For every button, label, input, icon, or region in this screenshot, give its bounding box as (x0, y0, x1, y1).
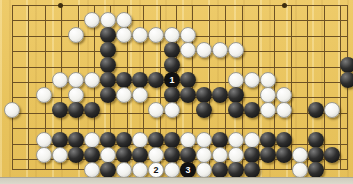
black-stone[interactable] (244, 162, 260, 178)
move-2-white-stone[interactable]: 2 (148, 162, 164, 178)
black-stone[interactable] (52, 132, 68, 148)
black-stone[interactable] (308, 132, 324, 148)
black-stone[interactable] (212, 87, 228, 103)
move-3-black-stone[interactable]: 3 (180, 162, 196, 178)
black-stone[interactable] (84, 102, 100, 118)
black-stone[interactable] (100, 72, 116, 88)
white-stone[interactable] (84, 72, 100, 88)
go-board-screenshot: 123 (0, 0, 353, 184)
white-stone[interactable] (116, 27, 132, 43)
white-stone[interactable] (260, 72, 276, 88)
white-stone[interactable] (84, 162, 100, 178)
white-stone[interactable] (196, 132, 212, 148)
white-stone[interactable] (180, 27, 196, 43)
black-stone[interactable] (116, 132, 132, 148)
black-stone[interactable] (244, 147, 260, 163)
black-stone[interactable] (196, 102, 212, 118)
white-stone[interactable] (228, 42, 244, 58)
black-stone[interactable] (100, 42, 116, 58)
white-stone[interactable] (228, 132, 244, 148)
white-stone[interactable] (68, 72, 84, 88)
white-stone[interactable] (228, 147, 244, 163)
black-stone[interactable] (132, 72, 148, 88)
black-stone[interactable] (276, 147, 292, 163)
black-stone[interactable] (164, 87, 180, 103)
white-stone[interactable] (212, 42, 228, 58)
white-stone[interactable] (100, 12, 116, 28)
black-stone[interactable] (260, 132, 276, 148)
black-stone[interactable] (100, 132, 116, 148)
white-stone[interactable] (244, 72, 260, 88)
black-stone[interactable] (228, 102, 244, 118)
white-stone[interactable] (116, 87, 132, 103)
black-stone[interactable] (180, 72, 196, 88)
white-stone[interactable] (36, 87, 52, 103)
black-stone[interactable] (164, 132, 180, 148)
black-stone[interactable] (116, 147, 132, 163)
black-stone[interactable] (100, 57, 116, 73)
white-stone[interactable] (36, 132, 52, 148)
white-stone[interactable] (116, 162, 132, 178)
white-stone[interactable] (100, 147, 116, 163)
black-stone[interactable] (212, 132, 228, 148)
white-stone[interactable] (212, 147, 228, 163)
black-stone[interactable] (164, 147, 180, 163)
white-stone[interactable] (116, 12, 132, 28)
white-stone[interactable] (244, 132, 260, 148)
black-stone[interactable] (100, 27, 116, 43)
white-stone[interactable] (132, 27, 148, 43)
black-stone[interactable] (212, 162, 228, 178)
black-stone[interactable] (148, 132, 164, 148)
black-stone[interactable] (148, 72, 164, 88)
black-stone[interactable] (228, 162, 244, 178)
black-stone[interactable] (308, 162, 324, 178)
white-stone[interactable] (148, 102, 164, 118)
black-stone[interactable] (180, 147, 196, 163)
white-stone[interactable] (260, 102, 276, 118)
white-stone[interactable] (132, 162, 148, 178)
black-stone[interactable] (100, 87, 116, 103)
black-stone[interactable] (164, 42, 180, 58)
black-stone[interactable] (68, 147, 84, 163)
white-stone[interactable] (180, 132, 196, 148)
black-stone[interactable] (276, 132, 292, 148)
black-stone[interactable] (308, 102, 324, 118)
white-stone[interactable] (68, 27, 84, 43)
black-stone[interactable] (180, 87, 196, 103)
white-stone[interactable] (196, 147, 212, 163)
black-stone[interactable] (52, 102, 68, 118)
black-stone[interactable] (244, 102, 260, 118)
black-stone[interactable] (340, 57, 353, 73)
white-stone[interactable] (68, 87, 84, 103)
black-stone[interactable] (68, 132, 84, 148)
board-front-edge (0, 177, 353, 184)
white-stone[interactable] (164, 27, 180, 43)
white-stone[interactable] (84, 12, 100, 28)
white-stone[interactable] (164, 162, 180, 178)
black-stone[interactable] (164, 57, 180, 73)
white-stone[interactable] (52, 72, 68, 88)
white-stone[interactable] (276, 102, 292, 118)
black-stone[interactable] (228, 87, 244, 103)
white-stone[interactable] (52, 147, 68, 163)
black-stone[interactable] (116, 72, 132, 88)
white-stone[interactable] (148, 147, 164, 163)
white-stone[interactable] (36, 147, 52, 163)
black-stone[interactable] (196, 87, 212, 103)
black-stone[interactable] (324, 147, 340, 163)
white-stone[interactable] (292, 162, 308, 178)
white-stone[interactable] (4, 102, 20, 118)
move-1-black-stone[interactable]: 1 (164, 72, 180, 88)
white-stone[interactable] (132, 132, 148, 148)
black-stone[interactable] (132, 147, 148, 163)
white-stone[interactable] (260, 87, 276, 103)
black-stone[interactable] (340, 72, 353, 88)
white-stone[interactable] (196, 162, 212, 178)
black-stone[interactable] (260, 147, 276, 163)
white-stone[interactable] (228, 72, 244, 88)
white-stone[interactable] (276, 87, 292, 103)
black-stone[interactable] (308, 147, 324, 163)
white-stone[interactable] (180, 42, 196, 58)
stones-layer[interactable]: 123 (4, 0, 353, 177)
white-stone[interactable] (292, 147, 308, 163)
white-stone[interactable] (84, 132, 100, 148)
white-stone[interactable] (148, 27, 164, 43)
black-stone[interactable] (68, 102, 84, 118)
black-stone[interactable] (84, 147, 100, 163)
black-stone[interactable] (100, 162, 116, 178)
white-stone[interactable] (196, 42, 212, 58)
white-stone[interactable] (132, 87, 148, 103)
white-stone[interactable] (164, 102, 180, 118)
white-stone[interactable] (324, 102, 340, 118)
